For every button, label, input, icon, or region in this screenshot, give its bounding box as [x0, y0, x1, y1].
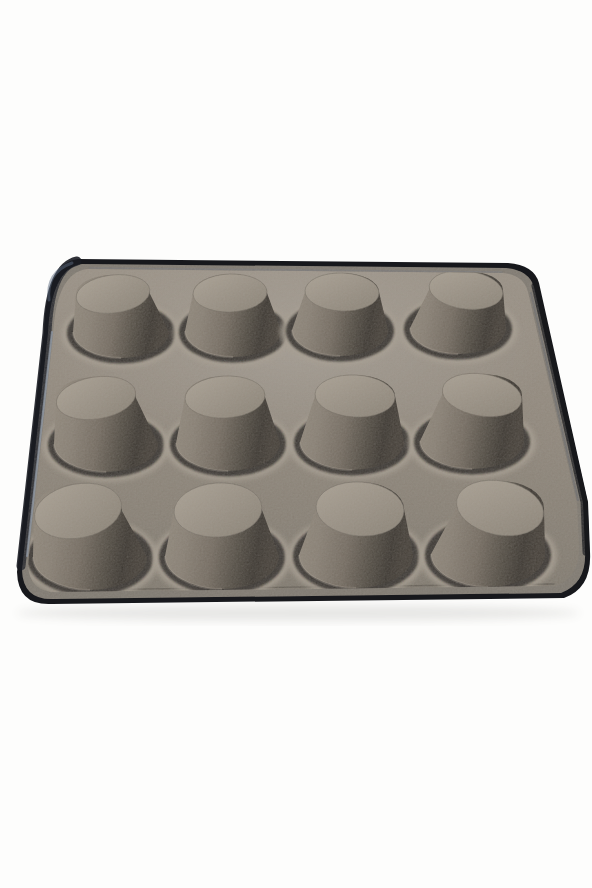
muffin-pan-photo	[0, 0, 592, 888]
product-photo	[0, 0, 592, 888]
photo-grain	[0, 245, 592, 620]
pan-cast-shadow	[16, 605, 580, 621]
